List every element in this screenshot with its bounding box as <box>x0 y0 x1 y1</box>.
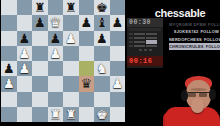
move-cell[interactable] <box>146 33 157 36</box>
square-d6[interactable]: ♟ <box>48 31 64 46</box>
piece-black-pawn: ♟ <box>18 32 30 45</box>
square-b6[interactable]: ♟ <box>17 31 33 46</box>
opponent-clock: 00:30 <box>127 18 163 27</box>
square-c8[interactable]: ♜ <box>32 0 48 15</box>
square-a2[interactable] <box>1 92 17 107</box>
piece-black-rook: ♜ <box>34 1 46 14</box>
square-h4[interactable] <box>110 61 126 76</box>
square-e7[interactable] <box>63 15 79 30</box>
piece-white-pawn: ♟ <box>49 47 61 60</box>
piece-black-rook: ♜ <box>65 1 77 14</box>
follow-action-label: FOLLOW <box>200 29 219 34</box>
piece-white-rook: ♜ <box>65 108 77 121</box>
square-d5[interactable]: ♟ <box>48 46 64 61</box>
square-d7[interactable]: ♛ <box>48 15 64 30</box>
square-b7[interactable] <box>17 15 33 30</box>
square-a4[interactable]: ♟ <box>1 61 17 76</box>
square-c3[interactable] <box>32 76 48 91</box>
piece-white-pawn: ♟ <box>18 47 30 60</box>
square-f5[interactable] <box>79 46 95 61</box>
follow-notification: MYQRGBW DPBMFOLLOW <box>169 21 220 28</box>
streamer-hand <box>191 98 204 113</box>
piece-black-pawn: ♟ <box>111 16 123 29</box>
square-f7[interactable]: ♟ <box>79 15 95 30</box>
square-e6[interactable]: ♟ <box>63 31 79 46</box>
square-f2[interactable] <box>79 92 95 107</box>
square-a6[interactable] <box>1 31 17 46</box>
move-cell[interactable] <box>134 45 145 48</box>
move-list-header <box>129 28 161 31</box>
square-b4[interactable]: ♟ <box>17 61 33 76</box>
square-d2[interactable] <box>48 92 64 107</box>
square-c7[interactable]: ♟ <box>32 15 48 30</box>
square-c2[interactable] <box>32 92 48 107</box>
piece-white-pawn: ♟ <box>111 77 123 90</box>
square-a8[interactable] <box>1 0 17 15</box>
square-g4[interactable]: ♞ <box>94 61 110 76</box>
square-b5[interactable]: ♟ <box>17 46 33 61</box>
square-b1[interactable] <box>17 107 33 122</box>
square-a1[interactable] <box>1 107 17 122</box>
square-a3[interactable]: ♟ <box>1 76 17 91</box>
headphone-earcup-left <box>181 90 188 101</box>
piece-white-pawn: ♟ <box>65 32 77 45</box>
piece-white-king: ♚ <box>96 108 108 121</box>
square-d8[interactable] <box>48 0 64 15</box>
piece-white-pawn: ♟ <box>18 62 30 75</box>
move-cell[interactable] <box>146 37 157 40</box>
streamer-brow <box>190 88 207 91</box>
follow-action-label: FOLLOW <box>208 22 220 27</box>
piece-white-rook: ♜ <box>49 108 61 121</box>
piece-white-queen: ♛ <box>49 16 61 29</box>
square-a7[interactable] <box>1 15 17 30</box>
follower-notifications: MYQRGBW DPBMFOLLOWSJOKES742FOLLOWNERDOFC… <box>169 21 220 51</box>
chess-board[interactable]: ♜♜♚♟♛♟♝♟♟♟♟♟♟♟♟♟♞♟♛♟♜♜♚ <box>1 0 125 122</box>
follow-action-label: FOLLOW <box>204 37 220 42</box>
move-cell[interactable] <box>146 45 157 48</box>
square-a5[interactable] <box>1 46 17 61</box>
square-d1[interactable]: ♜ <box>48 107 64 122</box>
square-e1[interactable]: ♜ <box>63 107 79 122</box>
piece-white-knight: ♞ <box>96 62 108 75</box>
follower-name: CHRONICRULES <box>169 44 204 49</box>
square-c4[interactable] <box>32 61 48 76</box>
follower-name: SJOKES742 <box>174 29 199 34</box>
square-f8[interactable] <box>79 0 95 15</box>
streamer-webcam <box>163 50 220 126</box>
move-cell[interactable] <box>134 41 145 44</box>
square-g3[interactable] <box>94 76 110 91</box>
square-f4[interactable] <box>79 61 95 76</box>
follow-notification: NERDOFCHESSFOLLOW <box>169 36 220 43</box>
square-e4[interactable] <box>63 61 79 76</box>
move-row <box>129 44 161 48</box>
piece-black-pawn: ♟ <box>34 16 46 29</box>
square-g6[interactable]: ♟ <box>94 31 110 46</box>
stream-frame: ♜♜♚♟♛♟♝♟♟♟♟♟♟♟♟♟♞♟♛♟♜♜♚ 00:30 00:16 ches… <box>0 0 220 126</box>
move-cell[interactable] <box>146 40 157 44</box>
move-cell[interactable] <box>134 33 145 36</box>
square-h1[interactable] <box>110 107 126 122</box>
headphone-earcup-right <box>209 89 216 100</box>
piece-black-pawn: ♟ <box>49 32 61 45</box>
game-info-panel: 00:30 00:16 <box>127 18 163 68</box>
move-rows <box>129 32 161 48</box>
piece-black-pawn: ♟ <box>3 62 15 75</box>
square-g2[interactable] <box>94 92 110 107</box>
square-g5[interactable] <box>94 46 110 61</box>
square-e2[interactable] <box>63 92 79 107</box>
square-e5[interactable] <box>63 46 79 61</box>
piece-black-king: ♚ <box>96 1 108 14</box>
square-h8[interactable] <box>110 0 126 15</box>
square-h7[interactable]: ♟ <box>110 15 126 30</box>
square-e3[interactable] <box>63 76 79 91</box>
chessable-logo: chessable <box>142 7 218 19</box>
square-f3[interactable]: ♛ <box>79 76 95 91</box>
square-h2[interactable] <box>110 92 126 107</box>
piece-black-pawn: ♟ <box>80 16 92 29</box>
square-e8[interactable]: ♜ <box>63 0 79 15</box>
square-h3[interactable]: ♟ <box>110 76 126 91</box>
piece-black-pawn: ♟ <box>96 32 108 45</box>
square-f1[interactable] <box>79 107 95 122</box>
square-d3[interactable] <box>48 76 64 91</box>
square-f6[interactable] <box>79 31 95 46</box>
square-h5[interactable] <box>110 46 126 61</box>
square-g1[interactable]: ♚ <box>94 107 110 122</box>
square-b3[interactable] <box>17 76 33 91</box>
square-b8[interactable] <box>17 0 33 15</box>
square-g8[interactable]: ♚ <box>94 0 110 15</box>
square-b2[interactable] <box>17 92 33 107</box>
piece-black-queen: ♛ <box>80 77 92 90</box>
player-clock: 00:16 <box>127 56 163 66</box>
move-nav-controls[interactable] <box>129 49 161 51</box>
square-h6[interactable] <box>110 31 126 46</box>
follower-name: NERDOFCHESS <box>169 37 202 42</box>
square-c5[interactable] <box>32 46 48 61</box>
follow-notification: SJOKES742FOLLOW <box>169 28 220 35</box>
square-g7[interactable]: ♝ <box>94 15 110 30</box>
piece-black-bishop: ♝ <box>96 16 108 29</box>
square-c6[interactable] <box>32 31 48 46</box>
follow-action-label: FOLLOW <box>206 44 220 49</box>
square-d4[interactable] <box>48 61 64 76</box>
follower-name: MYQRGBW DPBM <box>169 22 206 27</box>
move-cell[interactable] <box>134 37 145 40</box>
piece-white-pawn: ♟ <box>3 77 15 90</box>
square-c1[interactable] <box>32 107 48 122</box>
move-list[interactable] <box>127 27 163 56</box>
